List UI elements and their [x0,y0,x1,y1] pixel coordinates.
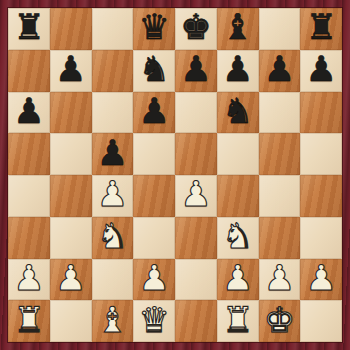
black-rook-a8[interactable]: ♜ [13,8,44,48]
white-pawn-a2[interactable]: ♟ [13,259,44,299]
square-d2[interactable]: ♟ [133,259,175,301]
square-c4[interactable]: ♟ [92,175,134,217]
square-h1[interactable] [300,300,342,342]
white-pawn-d2[interactable]: ♟ [138,259,169,299]
black-pawn-c5[interactable]: ♟ [97,133,128,173]
square-h3[interactable] [300,217,342,259]
chess-app: ♜♛♚♝♜♟♞♟♟♟♟♟♟♞♟♟♟♞♞♟♟♟♟♟♟♜♝♛♜♚ [0,0,350,350]
black-pawn-b7[interactable]: ♟ [55,50,86,90]
white-pawn-f2[interactable]: ♟ [222,259,253,299]
chess-board: ♜♛♚♝♜♟♞♟♟♟♟♟♟♞♟♟♟♞♞♟♟♟♟♟♟♜♝♛♜♚ [8,8,342,342]
square-f4[interactable] [217,175,259,217]
square-e3[interactable] [175,217,217,259]
square-c2[interactable] [92,259,134,301]
square-d5[interactable] [133,133,175,175]
square-g1[interactable]: ♚ [259,300,301,342]
white-pawn-g2[interactable]: ♟ [264,259,295,299]
square-h7[interactable]: ♟ [300,50,342,92]
square-f7[interactable]: ♟ [217,50,259,92]
black-pawn-g7[interactable]: ♟ [264,50,295,90]
black-queen-d8[interactable]: ♛ [138,8,169,48]
square-f3[interactable]: ♞ [217,217,259,259]
board-frame: ♜♛♚♝♜♟♞♟♟♟♟♟♟♞♟♟♟♞♞♟♟♟♟♟♟♜♝♛♜♚ [0,0,350,350]
white-knight-f3[interactable]: ♞ [222,217,253,257]
square-a6[interactable]: ♟ [8,92,50,134]
square-d4[interactable] [133,175,175,217]
square-g7[interactable]: ♟ [259,50,301,92]
black-pawn-d6[interactable]: ♟ [138,92,169,132]
square-e2[interactable] [175,259,217,301]
square-d3[interactable] [133,217,175,259]
square-f2[interactable]: ♟ [217,259,259,301]
square-a2[interactable]: ♟ [8,259,50,301]
square-h4[interactable] [300,175,342,217]
square-b3[interactable] [50,217,92,259]
square-a8[interactable]: ♜ [8,8,50,50]
square-a1[interactable]: ♜ [8,300,50,342]
square-c6[interactable] [92,92,134,134]
square-f5[interactable] [217,133,259,175]
black-pawn-f7[interactable]: ♟ [222,50,253,90]
square-g4[interactable] [259,175,301,217]
white-bishop-c1[interactable]: ♝ [97,300,128,340]
square-c1[interactable]: ♝ [92,300,134,342]
white-pawn-h2[interactable]: ♟ [305,259,336,299]
square-f8[interactable]: ♝ [217,8,259,50]
square-b4[interactable] [50,175,92,217]
square-d6[interactable]: ♟ [133,92,175,134]
white-knight-c3[interactable]: ♞ [97,217,128,257]
square-d8[interactable]: ♛ [133,8,175,50]
square-b1[interactable] [50,300,92,342]
square-c8[interactable] [92,8,134,50]
square-h6[interactable] [300,92,342,134]
square-d1[interactable]: ♛ [133,300,175,342]
white-pawn-b2[interactable]: ♟ [55,259,86,299]
square-g5[interactable] [259,133,301,175]
white-pawn-c4[interactable]: ♟ [97,175,128,215]
square-b7[interactable]: ♟ [50,50,92,92]
square-f1[interactable]: ♜ [217,300,259,342]
square-h5[interactable] [300,133,342,175]
white-king-g1[interactable]: ♚ [264,300,295,340]
black-pawn-e7[interactable]: ♟ [180,50,211,90]
square-c7[interactable] [92,50,134,92]
square-b6[interactable] [50,92,92,134]
square-e5[interactable] [175,133,217,175]
square-c3[interactable]: ♞ [92,217,134,259]
square-f6[interactable]: ♞ [217,92,259,134]
square-d7[interactable]: ♞ [133,50,175,92]
black-king-e8[interactable]: ♚ [180,8,211,48]
square-a5[interactable] [8,133,50,175]
white-queen-d1[interactable]: ♛ [138,300,169,340]
square-a3[interactable] [8,217,50,259]
black-pawn-h7[interactable]: ♟ [305,50,336,90]
square-e6[interactable] [175,92,217,134]
square-e7[interactable]: ♟ [175,50,217,92]
black-bishop-f8[interactable]: ♝ [222,8,253,48]
white-pawn-e4[interactable]: ♟ [180,175,211,215]
square-g8[interactable] [259,8,301,50]
square-h8[interactable]: ♜ [300,8,342,50]
white-rook-f1[interactable]: ♜ [222,300,253,340]
square-g6[interactable] [259,92,301,134]
square-a7[interactable] [8,50,50,92]
square-e4[interactable]: ♟ [175,175,217,217]
square-c5[interactable]: ♟ [92,133,134,175]
square-g3[interactable] [259,217,301,259]
black-knight-f6[interactable]: ♞ [222,92,253,132]
square-e8[interactable]: ♚ [175,8,217,50]
square-b2[interactable]: ♟ [50,259,92,301]
black-rook-h8[interactable]: ♜ [305,8,336,48]
square-h2[interactable]: ♟ [300,259,342,301]
square-b8[interactable] [50,8,92,50]
black-knight-d7[interactable]: ♞ [138,50,169,90]
square-a4[interactable] [8,175,50,217]
square-g2[interactable]: ♟ [259,259,301,301]
black-pawn-a6[interactable]: ♟ [13,92,44,132]
square-e1[interactable] [175,300,217,342]
white-rook-a1[interactable]: ♜ [13,300,44,340]
square-b5[interactable] [50,133,92,175]
